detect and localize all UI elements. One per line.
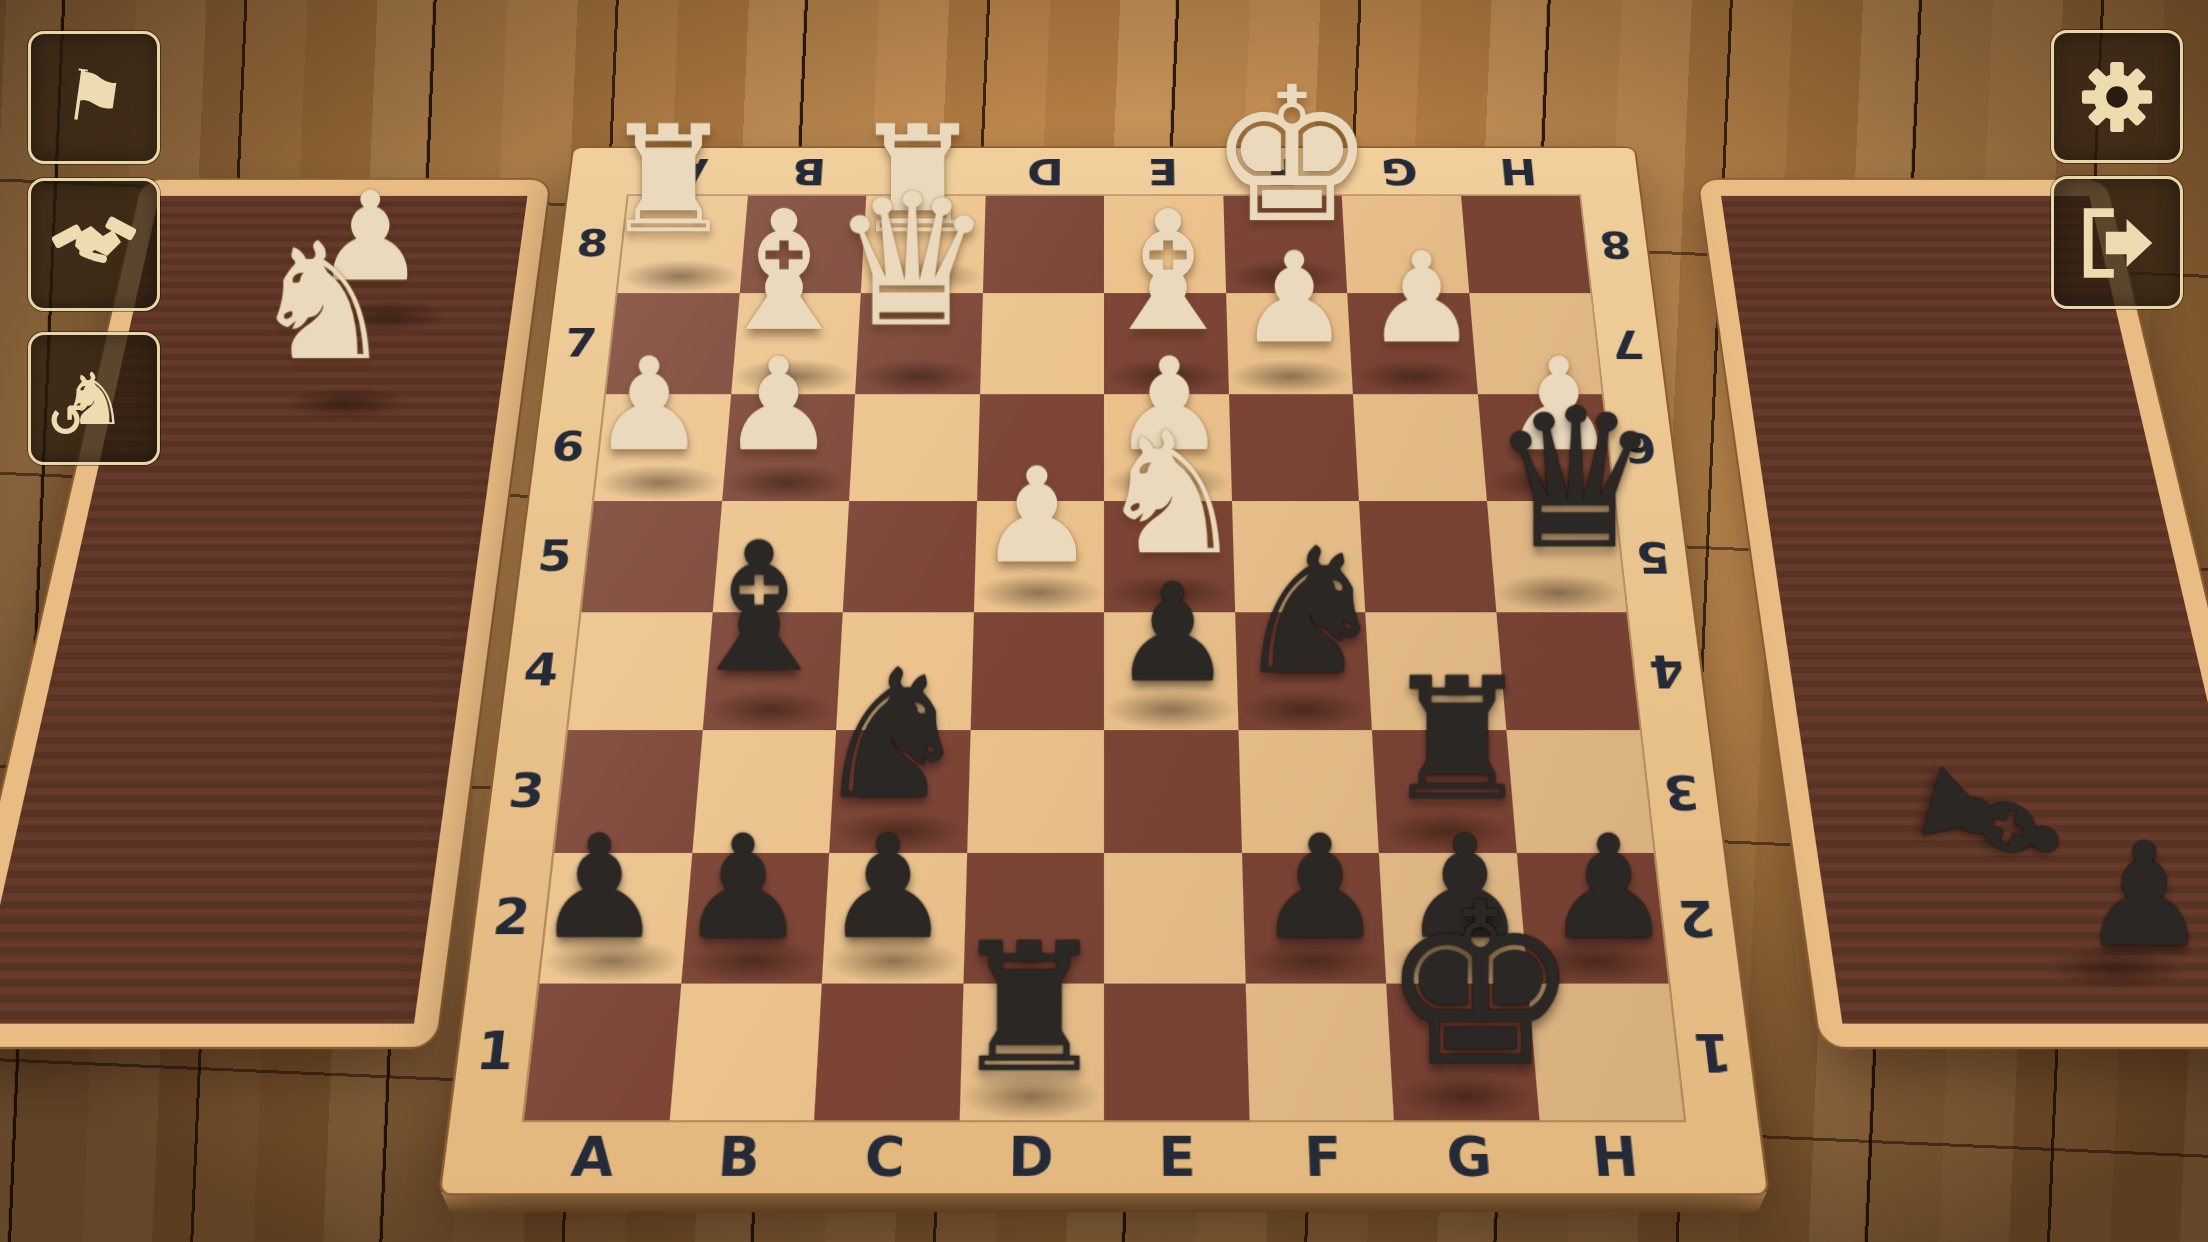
scene-3d: ABCDEFGH ABCDEFGH 87654321 87654321 ♜♜♚♝… bbox=[0, 148, 2208, 1242]
coord-label: D bbox=[985, 148, 1104, 196]
coord-label: F bbox=[1249, 1120, 1398, 1193]
handshake-icon bbox=[51, 212, 137, 278]
coord-label: A bbox=[516, 1120, 669, 1193]
piece-stand: ♟ bbox=[1609, 952, 1737, 1094]
gear-icon bbox=[2078, 58, 2156, 136]
piece-stand: ♞ bbox=[323, 377, 468, 539]
piece-stand: ♚ bbox=[1480, 1089, 1681, 1242]
flag-icon: ⚑ bbox=[58, 58, 130, 136]
exit-button[interactable] bbox=[2051, 176, 2183, 309]
piece-stand: ♛ bbox=[1576, 568, 1749, 761]
knight-icon: ♞↺ bbox=[62, 363, 127, 435]
piece-stand: ♜ bbox=[1029, 1091, 1188, 1242]
undo-arrow-icon: ↺ bbox=[48, 399, 85, 443]
exit-icon bbox=[2077, 206, 2157, 280]
piece-stand: ♟ bbox=[2144, 961, 2208, 1104]
chess-app-screen: { "app": {"name": "3D wooden chess game"… bbox=[0, 0, 2208, 1242]
undo-move-button[interactable]: ♞↺ bbox=[28, 332, 160, 465]
coord-label: C bbox=[810, 1120, 959, 1193]
settings-button[interactable] bbox=[2051, 30, 2183, 163]
coord-label: H bbox=[1457, 148, 1580, 196]
resign-button[interactable]: ⚑ bbox=[28, 31, 160, 164]
piece-stand: ♟ bbox=[599, 952, 727, 1094]
coord-label: B bbox=[663, 1120, 814, 1193]
chess-board[interactable]: ABCDEFGH ABCDEFGH 87654321 87654321 ♜♜♚♝… bbox=[441, 148, 1767, 1193]
coord-label: 8 bbox=[1579, 196, 1652, 293]
offer-draw-button[interactable] bbox=[28, 178, 160, 311]
piece-stand: ♟ bbox=[743, 952, 871, 1094]
square-e2[interactable] bbox=[1104, 853, 1245, 983]
coord-label: 5 bbox=[515, 501, 594, 613]
square-h8[interactable] bbox=[1461, 196, 1591, 293]
